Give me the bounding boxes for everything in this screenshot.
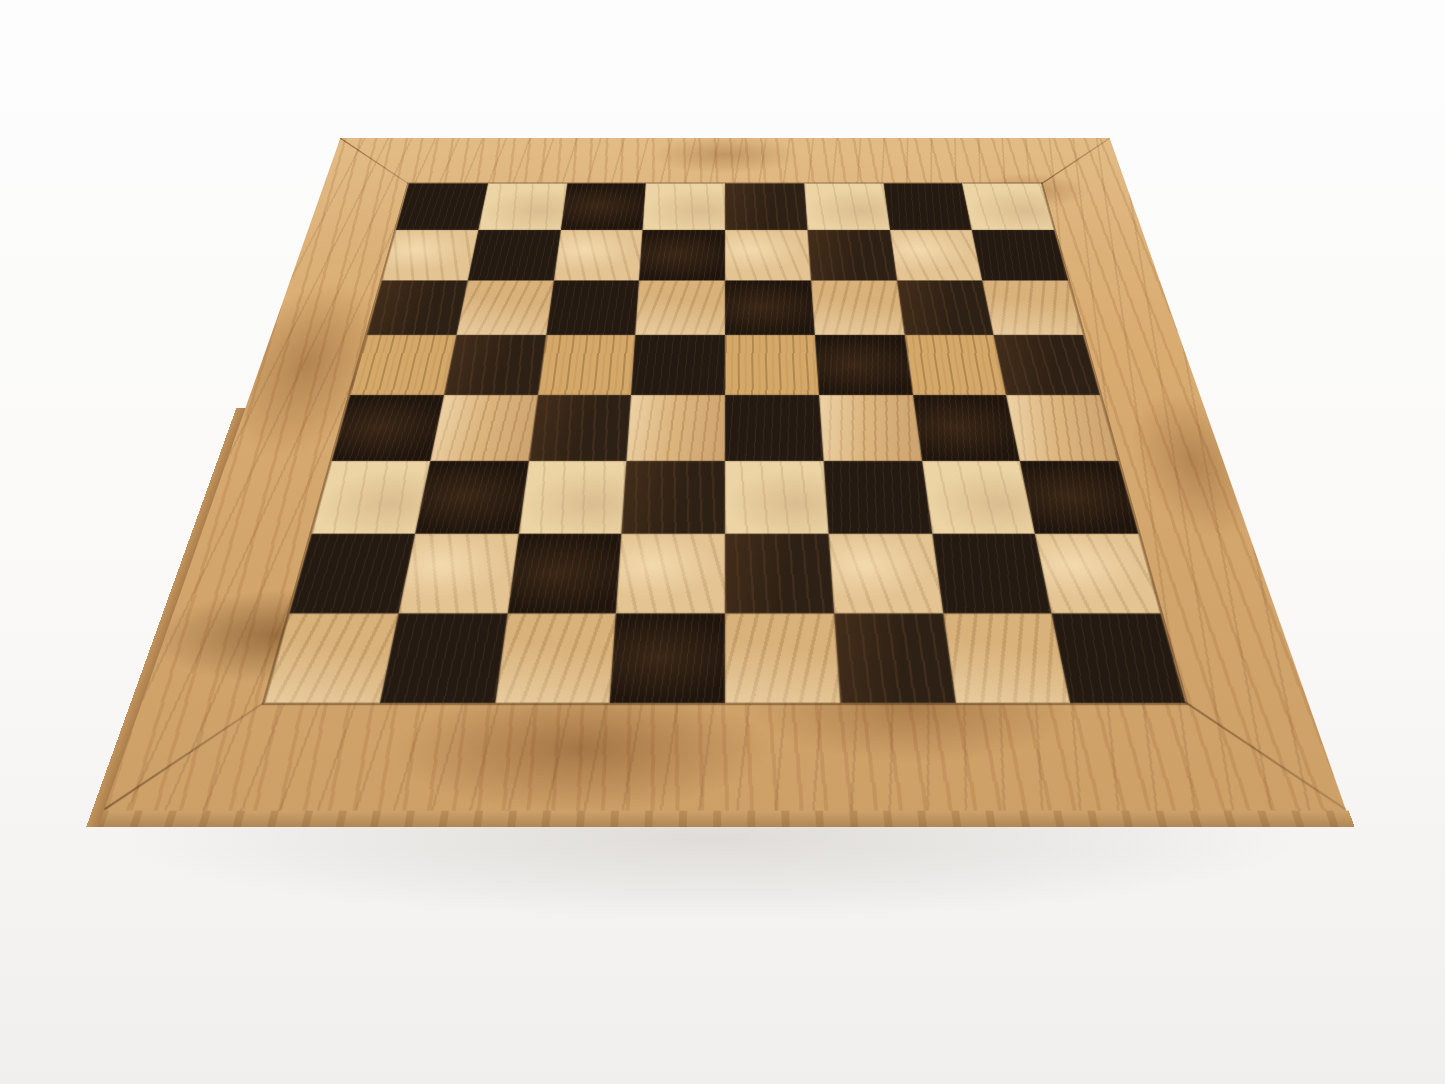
square-r7c3 [507, 533, 622, 613]
square-r8c1 [264, 614, 398, 704]
square-r7c1 [289, 533, 415, 613]
square-r8c4 [610, 614, 725, 704]
square-r4c1 [350, 335, 456, 395]
square-r6c3 [518, 461, 626, 534]
square-r5c1 [332, 395, 444, 461]
square-r2c4 [639, 230, 725, 280]
board-frame [104, 138, 1346, 811]
square-r8c8 [1052, 614, 1186, 704]
square-r4c8 [994, 335, 1100, 395]
square-r5c8 [1006, 395, 1118, 461]
square-r4c3 [538, 335, 636, 395]
square-r2c1 [382, 230, 478, 280]
square-r3c1 [367, 280, 468, 335]
square-r1c3 [560, 183, 646, 229]
square-r7c8 [1035, 533, 1161, 613]
square-r6c6 [823, 461, 931, 534]
square-r8c2 [380, 614, 508, 704]
square-r8c3 [495, 614, 616, 704]
square-r6c7 [922, 461, 1035, 534]
square-r1c6 [804, 183, 890, 229]
square-r2c5 [725, 230, 811, 280]
square-r3c4 [635, 280, 725, 335]
square-r3c8 [982, 280, 1083, 335]
board-side-edge-bottom [95, 811, 1354, 827]
square-r1c2 [478, 183, 567, 229]
square-r7c2 [398, 533, 518, 613]
square-r2c6 [807, 230, 896, 280]
square-r6c8 [1020, 461, 1138, 534]
square-r6c5 [725, 461, 828, 534]
chess-board [104, 138, 1346, 811]
square-r3c5 [725, 280, 815, 335]
miter-seam-top-right [1040, 138, 1110, 185]
product-photo [0, 0, 1445, 1084]
square-r7c7 [932, 533, 1052, 613]
square-r3c3 [546, 280, 639, 335]
square-r3c7 [897, 280, 994, 335]
square-r2c7 [890, 230, 983, 280]
square-r2c3 [553, 230, 642, 280]
square-r3c6 [811, 280, 904, 335]
square-r8c5 [725, 614, 840, 704]
square-r1c1 [396, 183, 488, 229]
square-r1c5 [725, 183, 807, 229]
square-r8c7 [943, 614, 1071, 704]
square-r1c4 [643, 183, 725, 229]
square-r6c1 [312, 461, 430, 534]
square-r6c2 [415, 461, 528, 534]
square-r2c8 [972, 230, 1068, 280]
square-r4c4 [631, 335, 725, 395]
square-r7c4 [616, 533, 725, 613]
square-r5c7 [913, 395, 1020, 461]
square-r1c8 [962, 183, 1054, 229]
square-r3c2 [456, 280, 553, 335]
square-r7c6 [828, 533, 943, 613]
board-grid [264, 183, 1185, 703]
square-r8c6 [834, 614, 955, 704]
square-r5c3 [528, 395, 631, 461]
square-r4c2 [444, 335, 546, 395]
square-r2c2 [468, 230, 561, 280]
square-r5c6 [819, 395, 922, 461]
square-r5c5 [725, 395, 823, 461]
square-r4c5 [725, 335, 819, 395]
square-r6c4 [622, 461, 725, 534]
square-r5c4 [627, 395, 725, 461]
square-r4c6 [815, 335, 913, 395]
square-r4c7 [904, 335, 1006, 395]
square-r7c5 [725, 533, 834, 613]
miter-seam-top-left [340, 138, 410, 185]
miter-seam-bottom-right [1184, 701, 1346, 810]
square-r5c2 [430, 395, 537, 461]
square-r1c7 [883, 183, 972, 229]
